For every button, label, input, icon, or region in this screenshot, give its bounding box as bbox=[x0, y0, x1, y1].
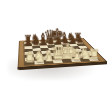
square-h1: ♜ bbox=[87, 57, 99, 61]
chess-set-photo: ♜♞♝♛♚♝♞♜♟♟♟♟♟♟♟♟♟♟♟♟♟♟♟♟♜♞♝♛♚♝♞♜ bbox=[0, 0, 107, 107]
board-grid: ♜♞♝♛♚♝♞♜♟♟♟♟♟♟♟♟♟♟♟♟♟♟♟♟♜♞♝♛♚♝♞♜ bbox=[24, 39, 99, 65]
square-b1: ♞ bbox=[34, 60, 44, 64]
piece-black-knight: ♞ bbox=[66, 31, 76, 42]
piece-white-rook: ♜ bbox=[89, 48, 100, 61]
scene: ♜♞♝♛♚♝♞♜♟♟♟♟♟♟♟♟♟♟♟♟♟♟♟♟♜♞♝♛♚♝♞♜ bbox=[0, 0, 107, 107]
square-h4 bbox=[80, 48, 90, 51]
square-a1: ♜ bbox=[25, 61, 35, 65]
square-f1: ♝ bbox=[70, 58, 81, 62]
piece-black-rook: ♜ bbox=[74, 32, 83, 42]
chess-board: ♜♞♝♛♚♝♞♜♟♟♟♟♟♟♟♟♟♟♟♟♟♟♟♟♜♞♝♛♚♝♞♜ bbox=[18, 38, 107, 68]
